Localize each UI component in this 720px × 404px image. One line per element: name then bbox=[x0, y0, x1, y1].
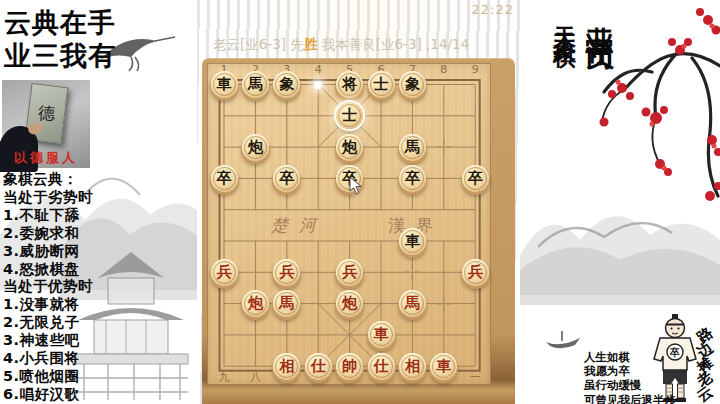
black-player-name: 我本善良[业6-3] ,14/14 bbox=[317, 36, 469, 52]
cloud-codex-list: 象棋云典：当处于劣势时1.不耻下舔2.委婉求和3.威胁断网4.怒掀棋盘当处于优势… bbox=[3, 171, 193, 404]
mouse-cursor-icon bbox=[349, 176, 362, 195]
piece-glyph: 馬 bbox=[279, 296, 294, 311]
river-text-left: 楚河 bbox=[271, 214, 327, 237]
list-line: 当处于优势时 bbox=[3, 278, 193, 296]
match-header: 老云[业6-3] 先胜 我本善良[业6-3] ,14/14 bbox=[213, 36, 469, 54]
list-line: 2.委婉求和 bbox=[3, 225, 193, 243]
piece-相-red[interactable]: 相 bbox=[399, 353, 426, 380]
app-name-vertical: 天天象棋 bbox=[550, 8, 581, 32]
piece-兵-red[interactable]: 兵 bbox=[211, 259, 238, 286]
quote-line: 虽行动缓慢 bbox=[584, 378, 676, 392]
last-move-origin-marker bbox=[314, 81, 322, 89]
streamer-title-vertical: 业三守门员 bbox=[580, 4, 618, 24]
result-win-char: 胜 bbox=[304, 36, 318, 52]
piece-仕-red[interactable]: 仕 bbox=[368, 353, 395, 380]
right-overlay-panel: 天天象棋 业三守门员 卒 人生如棋我愿为卒虽行动缓慢可曾见我后退半步 路边摊老云 bbox=[520, 0, 720, 404]
title-line-2: 业三我有 bbox=[4, 39, 116, 72]
piece-仕-red[interactable]: 仕 bbox=[305, 353, 332, 380]
list-line: 当处于劣势时 bbox=[3, 189, 193, 207]
piece-士-black[interactable]: 士 bbox=[368, 71, 395, 98]
piece-馬-black[interactable]: 馬 bbox=[399, 134, 426, 161]
board-frame: 楚河 漢界 123456789九八七六五四三二一車馬象将士象士炮炮馬卒卒卒卒卒車… bbox=[202, 58, 515, 404]
file-label-top: 4 bbox=[315, 63, 322, 76]
list-line: 1.不耻下舔 bbox=[3, 207, 193, 225]
piece-glyph: 馬 bbox=[248, 77, 263, 92]
piece-glyph: 兵 bbox=[279, 265, 294, 280]
file-label-bottom: 八 bbox=[250, 370, 261, 385]
quote-line: 可曾见我后退半步 bbox=[584, 393, 676, 404]
brick-photo: 德 以德服人 bbox=[2, 80, 90, 168]
piece-車-black[interactable]: 車 bbox=[211, 71, 238, 98]
piece-glyph: 卒 bbox=[217, 171, 232, 186]
brick-character: 德 bbox=[37, 102, 55, 126]
vendor-name-vertical: 路边摊老云 bbox=[694, 328, 716, 402]
piece-glyph: 炮 bbox=[248, 140, 263, 155]
piece-glyph: 象 bbox=[279, 77, 294, 92]
piece-兵-red[interactable]: 兵 bbox=[273, 259, 300, 286]
piece-兵-red[interactable]: 兵 bbox=[336, 259, 363, 286]
title-line-1: 云典在手 bbox=[4, 6, 116, 39]
file-label-bottom: 一 bbox=[470, 370, 481, 385]
red-player-name: 老云[业6-3] 先 bbox=[213, 36, 304, 52]
piece-炮-black[interactable]: 炮 bbox=[242, 134, 269, 161]
piece-相-red[interactable]: 相 bbox=[273, 353, 300, 380]
piece-glyph: 卒 bbox=[405, 171, 420, 186]
piece-glyph: 炮 bbox=[248, 296, 263, 311]
piece-馬-red[interactable]: 馬 bbox=[399, 290, 426, 317]
list-line: 6.唱好汉歌 bbox=[3, 386, 193, 404]
list-line: 2.无限兑子 bbox=[3, 314, 193, 332]
piece-glyph: 兵 bbox=[217, 265, 232, 280]
list-line: 4.小兵围将 bbox=[3, 350, 193, 368]
piece-卒-black[interactable]: 卒 bbox=[273, 165, 300, 192]
piece-glyph: 炮 bbox=[342, 140, 357, 155]
piece-glyph: 士 bbox=[374, 77, 389, 92]
piece-将-black[interactable]: 将 bbox=[336, 71, 363, 98]
piece-炮-red[interactable]: 炮 bbox=[336, 290, 363, 317]
piece-glyph: 兵 bbox=[342, 265, 357, 280]
file-label-top: 8 bbox=[440, 63, 447, 76]
list-line: 4.怒掀棋盘 bbox=[3, 261, 193, 279]
point-marker bbox=[436, 296, 451, 311]
piece-glyph: 炮 bbox=[342, 296, 357, 311]
piece-glyph: 車 bbox=[374, 327, 389, 342]
list-line: 1.没事就将 bbox=[3, 296, 193, 314]
piece-glyph: 兵 bbox=[468, 265, 483, 280]
piece-兵-red[interactable]: 兵 bbox=[462, 259, 489, 286]
clock: 22:22 bbox=[472, 2, 514, 17]
piece-glyph: 士 bbox=[342, 108, 357, 123]
piece-glyph: 卒 bbox=[279, 171, 294, 186]
left-panel-title: 云典在手 业三我有 bbox=[4, 6, 116, 72]
photo-caption: 以德服人 bbox=[2, 149, 90, 167]
piece-glyph: 車 bbox=[436, 359, 451, 374]
piece-glyph: 車 bbox=[405, 234, 420, 249]
point-marker bbox=[405, 265, 420, 280]
file-label-top: 9 bbox=[472, 63, 479, 76]
piece-glyph: 象 bbox=[405, 77, 420, 92]
quote-line: 人生如棋 bbox=[584, 350, 676, 364]
piece-glyph: 相 bbox=[405, 359, 420, 374]
point-marker bbox=[436, 140, 451, 155]
piece-車-red[interactable]: 車 bbox=[430, 353, 457, 380]
ink-mountains-right bbox=[520, 185, 720, 315]
boat-icon bbox=[544, 328, 584, 352]
left-overlay-panel: 云典在手 业三我有 德 以德服人 象棋云典：当处于劣势时1.不耻下舔2.委婉求和… bbox=[0, 0, 197, 404]
piece-glyph: 車 bbox=[217, 77, 232, 92]
piece-glyph: 相 bbox=[279, 359, 294, 374]
piece-glyph: 馬 bbox=[405, 296, 420, 311]
pawn-quote: 人生如棋我愿为卒虽行动缓慢可曾见我后退半步 bbox=[584, 350, 676, 404]
piece-glyph: 卒 bbox=[468, 171, 483, 186]
board-surface[interactable]: 楚河 漢界 123456789九八七六五四三二一車馬象将士象士炮炮馬卒卒卒卒卒車… bbox=[207, 63, 491, 385]
piece-卒-black[interactable]: 卒 bbox=[399, 165, 426, 192]
list-line: 5.喷他烟圈 bbox=[3, 368, 193, 386]
piece-象-black[interactable]: 象 bbox=[399, 71, 426, 98]
quote-line: 我愿为卒 bbox=[584, 364, 676, 378]
piece-卒-black[interactable]: 卒 bbox=[211, 165, 238, 192]
plum-blossom-art bbox=[560, 0, 720, 210]
piece-帥-red[interactable]: 帥 bbox=[336, 353, 363, 380]
xiangqi-app-area: 22:22 老云[业6-3] 先胜 我本善良[业6-3] ,14/14 楚河 漢… bbox=[197, 0, 520, 404]
piece-炮-black[interactable]: 炮 bbox=[336, 134, 363, 161]
list-line: 3.神速些吧 bbox=[3, 332, 193, 350]
file-label-bottom: 九 bbox=[219, 370, 230, 385]
piece-馬-black[interactable]: 馬 bbox=[242, 71, 269, 98]
piece-卒-black[interactable]: 卒 bbox=[462, 165, 489, 192]
piece-車-red[interactable]: 車 bbox=[368, 321, 395, 348]
piece-車-black[interactable]: 車 bbox=[399, 228, 426, 255]
piece-glyph: 馬 bbox=[405, 140, 420, 155]
piece-炮-red[interactable]: 炮 bbox=[242, 290, 269, 317]
piece-glyph: 仕 bbox=[311, 359, 326, 374]
piece-glyph: 仕 bbox=[374, 359, 389, 374]
list-line: 象棋云典： bbox=[3, 171, 193, 189]
piece-glyph: 帥 bbox=[342, 359, 357, 374]
list-line: 3.威胁断网 bbox=[3, 243, 193, 261]
screenshot-root: 云典在手 业三我有 德 以德服人 象棋云典：当处于劣势时1.不耻下舔2.委婉求和… bbox=[0, 0, 720, 404]
piece-glyph: 将 bbox=[342, 77, 357, 92]
